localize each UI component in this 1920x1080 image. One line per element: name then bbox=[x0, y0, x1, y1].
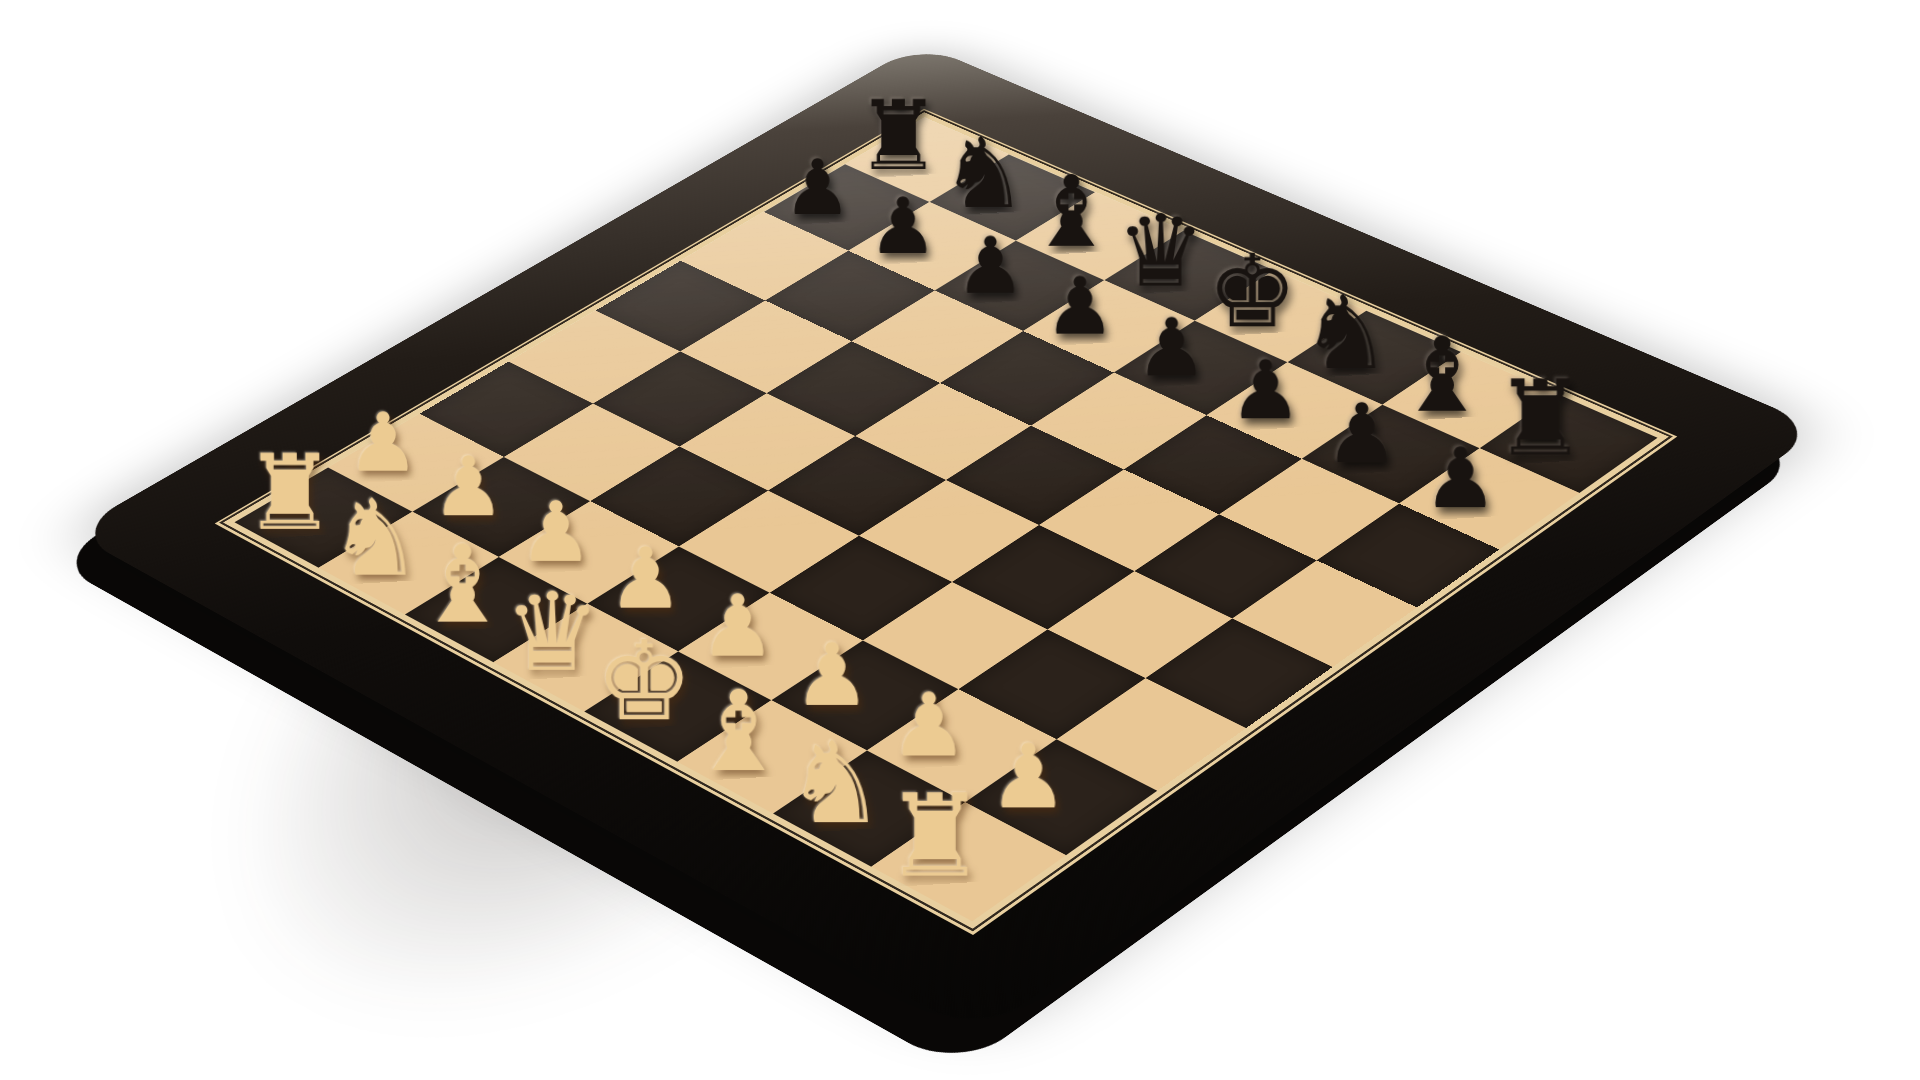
board-maple-border: ♜♞♝♛♚♞♝♜♟♟♟♟♟♟♟♟♟♟♟♟♟♟♟♟♜♞♝♛♚♝♞♜ bbox=[215, 109, 1678, 935]
board-grid: ♜♞♝♛♚♞♝♜♟♟♟♟♟♟♟♟♟♟♟♟♟♟♟♟♜♞♝♛♚♝♞♜ bbox=[234, 118, 1657, 922]
piece-white-rook: ♜ bbox=[866, 766, 1005, 905]
piece-black-pawn: ♟ bbox=[1396, 408, 1524, 536]
square-h7: ♟ bbox=[1399, 448, 1579, 549]
square-h1: ♜ bbox=[871, 802, 1066, 921]
chess-board: ♜♞♝♛♚♞♝♜♟♟♟♟♟♟♟♟♟♟♟♟♟♟♟♟♜♞♝♛♚♝♞♜ bbox=[71, 43, 1822, 1036]
